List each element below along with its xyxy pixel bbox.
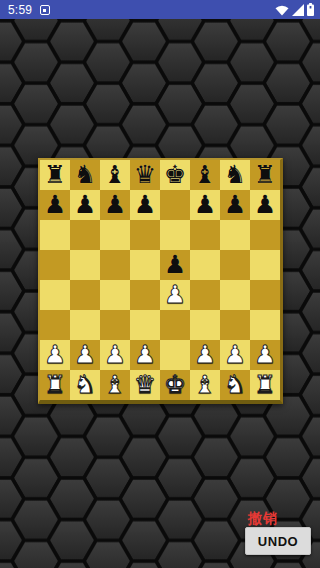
square-c6[interactable] [100, 220, 130, 250]
square-d2[interactable]: ♟ [130, 340, 160, 370]
piece-black-queen: ♛ [134, 160, 156, 190]
square-d4[interactable] [130, 280, 160, 310]
undo-button[interactable]: UNDO [245, 527, 311, 555]
piece-white-queen: ♛ [134, 370, 156, 400]
square-a1[interactable]: ♜ [40, 370, 70, 400]
wifi-icon [275, 4, 289, 16]
square-d6[interactable] [130, 220, 160, 250]
piece-black-pawn: ♟ [194, 190, 216, 220]
square-b4[interactable] [70, 280, 100, 310]
square-d7[interactable]: ♟ [130, 190, 160, 220]
square-a2[interactable]: ♟ [40, 340, 70, 370]
square-e7[interactable] [160, 190, 190, 220]
square-b8[interactable]: ♞ [70, 160, 100, 190]
piece-white-pawn: ♟ [164, 280, 186, 310]
square-b1[interactable]: ♞ [70, 370, 100, 400]
piece-white-bishop: ♝ [104, 370, 126, 400]
square-d5[interactable] [130, 250, 160, 280]
piece-white-pawn: ♟ [254, 340, 276, 370]
square-d3[interactable] [130, 310, 160, 340]
square-f6[interactable] [190, 220, 220, 250]
piece-black-pawn: ♟ [74, 190, 96, 220]
piece-black-knight: ♞ [224, 160, 246, 190]
square-b7[interactable]: ♟ [70, 190, 100, 220]
square-a8[interactable]: ♜ [40, 160, 70, 190]
piece-black-rook: ♜ [254, 160, 276, 190]
notification-app-icon [40, 5, 50, 15]
piece-black-bishop: ♝ [104, 160, 126, 190]
square-f5[interactable] [190, 250, 220, 280]
square-f4[interactable] [190, 280, 220, 310]
square-c7[interactable]: ♟ [100, 190, 130, 220]
square-c3[interactable] [100, 310, 130, 340]
piece-black-pawn: ♟ [104, 190, 126, 220]
square-h7[interactable]: ♟ [250, 190, 280, 220]
status-icons [275, 3, 314, 16]
piece-white-rook: ♜ [254, 370, 276, 400]
square-h3[interactable] [250, 310, 280, 340]
square-h1[interactable]: ♜ [250, 370, 280, 400]
square-e5[interactable]: ♟ [160, 250, 190, 280]
piece-black-rook: ♜ [44, 160, 66, 190]
piece-black-knight: ♞ [74, 160, 96, 190]
square-e4[interactable]: ♟ [160, 280, 190, 310]
cellular-signal-icon [292, 4, 304, 16]
piece-black-pawn: ♟ [134, 190, 156, 220]
chess-board: ♜♞♝♛♚♝♞♜♟♟♟♟♟♟♟♟♟♟♟♟♟♟♟♟♜♞♝♛♚♝♞♜ [38, 158, 283, 404]
square-b2[interactable]: ♟ [70, 340, 100, 370]
square-c5[interactable] [100, 250, 130, 280]
square-g5[interactable] [220, 250, 250, 280]
square-b5[interactable] [70, 250, 100, 280]
square-e8[interactable]: ♚ [160, 160, 190, 190]
square-f8[interactable]: ♝ [190, 160, 220, 190]
square-e6[interactable] [160, 220, 190, 250]
square-e2[interactable] [160, 340, 190, 370]
square-e3[interactable] [160, 310, 190, 340]
square-f3[interactable] [190, 310, 220, 340]
square-d8[interactable]: ♛ [130, 160, 160, 190]
square-g3[interactable] [220, 310, 250, 340]
battery-icon [307, 3, 314, 16]
square-h5[interactable] [250, 250, 280, 280]
square-a6[interactable] [40, 220, 70, 250]
square-a3[interactable] [40, 310, 70, 340]
square-h2[interactable]: ♟ [250, 340, 280, 370]
square-a4[interactable] [40, 280, 70, 310]
piece-black-pawn: ♟ [224, 190, 246, 220]
square-c2[interactable]: ♟ [100, 340, 130, 370]
square-f7[interactable]: ♟ [190, 190, 220, 220]
piece-white-rook: ♜ [44, 370, 66, 400]
piece-white-bishop: ♝ [194, 370, 216, 400]
square-f2[interactable]: ♟ [190, 340, 220, 370]
piece-white-pawn: ♟ [104, 340, 126, 370]
piece-white-pawn: ♟ [134, 340, 156, 370]
piece-black-pawn: ♟ [44, 190, 66, 220]
square-f1[interactable]: ♝ [190, 370, 220, 400]
square-b6[interactable] [70, 220, 100, 250]
square-g2[interactable]: ♟ [220, 340, 250, 370]
piece-white-pawn: ♟ [224, 340, 246, 370]
piece-black-bishop: ♝ [194, 160, 216, 190]
square-g1[interactable]: ♞ [220, 370, 250, 400]
square-h6[interactable] [250, 220, 280, 250]
square-d1[interactable]: ♛ [130, 370, 160, 400]
square-g4[interactable] [220, 280, 250, 310]
square-b3[interactable] [70, 310, 100, 340]
piece-white-pawn: ♟ [44, 340, 66, 370]
piece-black-pawn: ♟ [254, 190, 276, 220]
square-e1[interactable]: ♚ [160, 370, 190, 400]
piece-white-pawn: ♟ [194, 340, 216, 370]
square-a5[interactable] [40, 250, 70, 280]
square-h8[interactable]: ♜ [250, 160, 280, 190]
status-time: 5:59 [8, 3, 32, 17]
square-g8[interactable]: ♞ [220, 160, 250, 190]
status-bar: 5:59 [0, 0, 320, 19]
square-g6[interactable] [220, 220, 250, 250]
piece-white-king: ♚ [164, 370, 186, 400]
piece-white-knight: ♞ [74, 370, 96, 400]
undo-hint-label: 撤销 [248, 510, 278, 528]
square-a7[interactable]: ♟ [40, 190, 70, 220]
square-c1[interactable]: ♝ [100, 370, 130, 400]
phone-screen: 5:59 ♜♞♝♛♚♝♞♜♟♟♟♟♟♟♟♟♟♟♟♟♟♟♟♟♜♞♝♛♚♝♞♜ 撤销… [0, 0, 320, 568]
piece-black-pawn: ♟ [164, 250, 186, 280]
piece-white-knight: ♞ [224, 370, 246, 400]
square-c8[interactable]: ♝ [100, 160, 130, 190]
piece-black-king: ♚ [164, 160, 186, 190]
square-h4[interactable] [250, 280, 280, 310]
piece-white-pawn: ♟ [74, 340, 96, 370]
square-g7[interactable]: ♟ [220, 190, 250, 220]
square-c4[interactable] [100, 280, 130, 310]
